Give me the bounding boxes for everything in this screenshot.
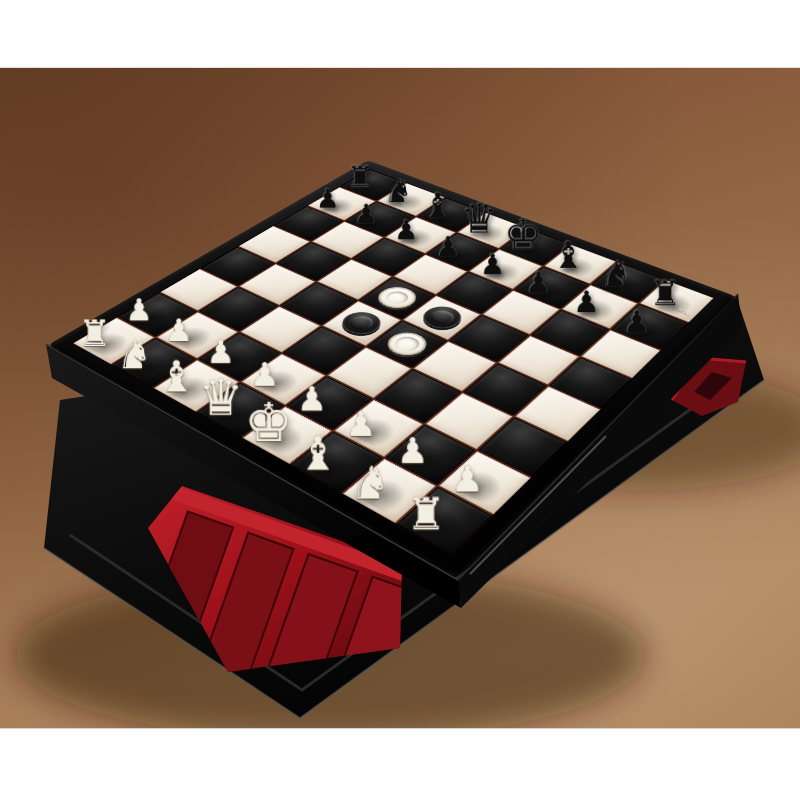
checker-white-e4[interactable] xyxy=(380,328,434,360)
square-c4[interactable] xyxy=(280,282,357,325)
piece-white-rook-h1[interactable]: ♜ xyxy=(379,493,475,537)
letterbox-bottom xyxy=(0,728,800,800)
checker-black-e5[interactable] xyxy=(416,302,468,332)
product-photo: ♜♞♝♛♚♝♞♜♟♟♟♟♟♟♟♟♟♟♟♟♟♟♟♟♜♞♝♛♚♝♞♜ xyxy=(0,0,800,800)
letterbox-top xyxy=(0,0,800,68)
piece-black-pawn-h7[interactable]: ♟ xyxy=(599,307,677,338)
checker-black-d4[interactable] xyxy=(335,308,388,338)
checker-white-d5[interactable] xyxy=(371,283,422,312)
